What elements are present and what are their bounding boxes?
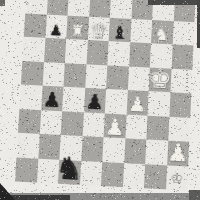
white-rook: ♜ [69, 23, 85, 40]
square-d1 [79, 160, 102, 186]
square-e4 [105, 89, 128, 114]
square-d4: ♟ [83, 88, 106, 113]
white-queen: ♛ [89, 21, 108, 41]
square-c5 [63, 63, 86, 88]
square-a1 [15, 157, 38, 183]
square-e6 [107, 41, 129, 66]
square-b3 [39, 110, 62, 135]
board-edge-illegible-print [186, 54, 188, 92]
square-h2: ♟ [167, 141, 190, 166]
square-h6 [171, 44, 193, 69]
square-e1 [101, 162, 124, 188]
square-c2 [59, 135, 82, 160]
black-bishop: ♝ [111, 24, 128, 42]
square-f6 [129, 42, 151, 67]
square-b2 [38, 134, 61, 159]
square-g1 [144, 164, 167, 190]
square-h5 [170, 68, 192, 93]
square-a5 [21, 61, 44, 86]
chessboard-photo: ♟♜♛♝♞♚♟♟♟♟♟♞♔ [0, 0, 200, 200]
square-h7 [172, 21, 194, 46]
square-g7: ♞ [151, 20, 173, 45]
square-b6 [44, 38, 67, 63]
square-b5 [42, 62, 65, 87]
square-g4 [148, 91, 170, 116]
square-e8 [110, 0, 132, 18]
table-background-right-edge [197, 0, 200, 48]
square-g3 [146, 115, 169, 140]
square-f1 [122, 163, 145, 189]
square-c7: ♜ [66, 15, 88, 40]
square-e5 [106, 65, 129, 90]
square-d7: ♛ [87, 16, 109, 41]
square-a6 [22, 37, 45, 62]
table-background-corner-top-left [0, 0, 5, 6]
square-d2 [81, 136, 104, 161]
square-h4 [169, 92, 191, 117]
square-a7 [24, 13, 47, 38]
square-h3 [168, 116, 190, 141]
square-f5 [127, 66, 149, 91]
square-d5 [85, 64, 108, 89]
square-c6 [65, 39, 88, 64]
square-g2 [145, 139, 168, 164]
square-g6 [150, 43, 172, 68]
white-king: ♚ [147, 65, 172, 93]
square-b7: ♟ [45, 14, 68, 39]
square-a8 [25, 0, 48, 14]
square-h1: ♔ [166, 165, 189, 191]
square-b1 [36, 158, 59, 184]
square-e2 [102, 137, 125, 162]
square-d8 [89, 0, 111, 17]
square-c4 [62, 87, 85, 112]
square-b8 [46, 0, 68, 15]
white-knight: ♞ [154, 26, 170, 44]
chess-board: ♟♜♛♝♞♚♟♟♟♟♟♞♔ [15, 0, 196, 190]
black-pawn: ♟ [42, 89, 61, 110]
square-f7 [130, 18, 152, 43]
square-c1: ♞ [58, 159, 81, 185]
square-c8 [68, 0, 90, 16]
square-a4 [19, 84, 42, 109]
square-f3 [125, 114, 148, 139]
white-pawn: ♟ [128, 94, 147, 115]
crown-logo-icon: ♔ [170, 170, 183, 185]
square-e3: ♟ [104, 113, 127, 138]
white-pawn: ♟ [166, 141, 189, 166]
black-pawn: ♟ [49, 24, 63, 39]
table-background-corner-top-right [148, 0, 200, 5]
square-d3 [82, 112, 105, 137]
white-pawn: ♟ [104, 115, 125, 138]
black-pawn: ♟ [85, 92, 104, 113]
square-g5: ♚ [149, 67, 171, 92]
square-c3 [61, 111, 84, 136]
square-d6 [86, 40, 109, 65]
square-a3 [18, 109, 41, 134]
square-e7: ♝ [109, 17, 131, 42]
table-background-corner-bottom-right [189, 190, 200, 200]
square-a2 [16, 133, 39, 158]
square-b4: ♟ [41, 86, 64, 111]
square-f4: ♟ [126, 90, 149, 115]
square-f2 [124, 138, 147, 163]
